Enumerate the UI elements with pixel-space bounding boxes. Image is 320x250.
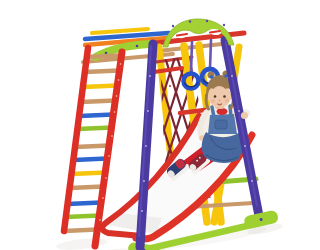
- child-hand-gripping: [241, 112, 248, 119]
- ladder-rung: [78, 128, 112, 130]
- eye: [223, 95, 226, 98]
- nose: [219, 100, 221, 102]
- ladder-rung: [75, 146, 109, 148]
- ladder-rung: [68, 203, 102, 205]
- ring-strap: [191, 42, 192, 73]
- ladder-rung: [72, 173, 106, 175]
- ladder-rung: [66, 216, 99, 218]
- ring-strap: [210, 40, 211, 68]
- eye: [214, 95, 217, 98]
- cheek: [211, 99, 215, 103]
- ladder-rung: [70, 187, 103, 189]
- ladder-rung: [87, 56, 120, 58]
- ladder-rung: [74, 159, 108, 161]
- ladder-rung: [83, 86, 117, 88]
- ladder-rung: [80, 115, 114, 117]
- ladder-rung: [81, 101, 115, 103]
- cheek: [225, 99, 229, 103]
- hair-tie: [210, 75, 213, 78]
- ladder-rung: [85, 71, 119, 73]
- red-rung-mid: [180, 110, 205, 113]
- play-gym-illustration: [40, 16, 290, 250]
- screw: [136, 45, 139, 48]
- play-gym-photo: Colorful children's indoor wooden play g…: [40, 16, 290, 250]
- red-collar: [217, 108, 228, 115]
- ladder-rung: [64, 230, 97, 232]
- yellow-bar: [92, 29, 148, 33]
